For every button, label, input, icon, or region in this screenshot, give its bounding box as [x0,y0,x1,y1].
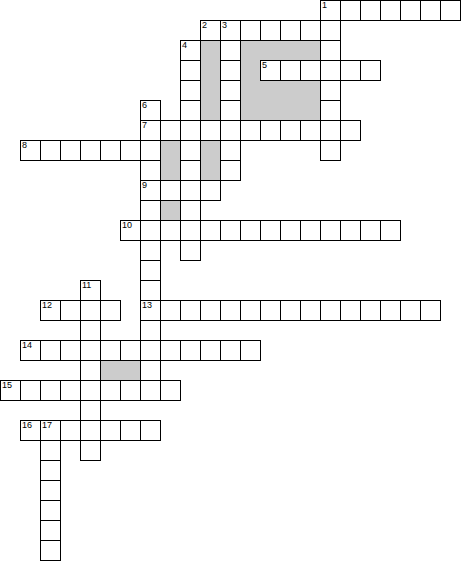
grid-cell[interactable] [140,200,161,221]
grid-cell[interactable] [80,380,101,401]
grid-cell[interactable] [240,300,261,321]
grid-cell[interactable] [160,300,181,321]
grid-cell[interactable]: 15 [0,380,21,401]
grid-cell[interactable] [140,420,161,441]
shaded-block [260,40,281,61]
grid-cell[interactable] [80,320,101,341]
grid-cell[interactable] [80,140,101,161]
grid-cell[interactable] [80,360,101,381]
grid-cell[interactable] [420,300,441,321]
grid-cell[interactable]: 5 [260,60,281,81]
grid-cell[interactable] [240,220,261,241]
grid-cell[interactable]: 7 [140,120,161,141]
grid-cell[interactable] [240,340,261,361]
grid-cell[interactable] [320,220,341,241]
shaded-block [120,360,141,381]
grid-cell[interactable] [120,380,141,401]
grid-cell[interactable] [320,20,341,41]
grid-cell[interactable] [60,340,81,361]
grid-cell[interactable] [360,0,381,21]
clue-number: 8 [22,141,27,150]
grid-cell[interactable] [380,0,401,21]
grid-cell[interactable] [220,80,241,101]
grid-cell[interactable] [240,120,261,141]
grid-cell[interactable] [60,420,81,441]
grid-cell[interactable] [300,220,321,241]
crossword-grid: 1234567891011121314151617 [0,0,461,561]
grid-cell[interactable] [160,220,181,241]
grid-cell[interactable] [140,240,161,261]
grid-cell[interactable] [140,280,161,301]
grid-cell[interactable] [220,220,241,241]
grid-cell[interactable] [140,160,161,181]
shaded-block [160,160,181,181]
grid-cell[interactable] [220,160,241,181]
clue-number: 5 [262,61,267,70]
shaded-block [300,100,321,121]
grid-cell[interactable] [180,80,201,101]
shaded-block [240,40,261,61]
grid-cell[interactable] [60,300,81,321]
grid-cell[interactable] [360,60,381,81]
grid-cell[interactable] [400,0,421,21]
grid-cell[interactable] [420,0,441,21]
clue-number: 3 [222,21,227,30]
grid-cell[interactable] [300,120,321,141]
grid-cell[interactable] [40,480,61,501]
grid-cell[interactable]: 14 [20,340,41,361]
grid-cell[interactable] [100,380,121,401]
shaded-block [260,100,281,121]
clue-number: 11 [82,281,91,290]
shaded-block [200,160,221,181]
grid-cell[interactable] [180,220,201,241]
grid-cell[interactable] [160,340,181,361]
grid-cell[interactable]: 6 [140,100,161,121]
grid-cell[interactable] [200,180,221,201]
grid-cell[interactable] [140,380,161,401]
grid-cell[interactable] [380,300,401,321]
grid-cell[interactable] [180,160,201,181]
grid-cell[interactable] [140,320,161,341]
grid-cell[interactable] [200,300,221,321]
grid-cell[interactable] [100,420,121,441]
grid-cell[interactable] [220,340,241,361]
grid-cell[interactable] [40,140,61,161]
shaded-block [200,60,221,81]
grid-cell[interactable] [180,120,201,141]
shaded-block [160,200,181,221]
grid-cell[interactable] [380,220,401,241]
grid-cell[interactable] [360,300,381,321]
grid-cell[interactable]: 12 [40,300,61,321]
grid-cell[interactable] [80,300,101,321]
clue-number: 10 [122,221,132,230]
grid-cell[interactable] [260,20,281,41]
grid-cell[interactable] [120,420,141,441]
grid-cell[interactable] [220,60,241,81]
shaded-block [300,80,321,101]
grid-cell[interactable] [160,180,181,201]
grid-cell[interactable] [40,460,61,481]
clue-number: 6 [142,101,147,110]
grid-cell[interactable] [300,60,321,81]
grid-cell[interactable] [140,360,161,381]
grid-cell[interactable] [80,340,101,361]
grid-cell[interactable] [40,520,61,541]
grid-cell[interactable]: 17 [40,420,61,441]
shaded-block [200,140,221,161]
grid-cell[interactable] [280,60,301,81]
shaded-block [240,100,261,121]
grid-cell[interactable] [200,340,221,361]
grid-cell[interactable] [40,500,61,521]
grid-cell[interactable] [320,100,341,121]
grid-cell[interactable]: 4 [180,40,201,61]
clue-number: 9 [142,181,147,190]
grid-cell[interactable] [280,300,301,321]
clue-number: 1 [322,1,327,10]
shaded-block [200,40,221,61]
clue-number: 4 [182,41,187,50]
grid-cell[interactable] [280,120,301,141]
clue-number: 15 [2,381,12,390]
grid-cell[interactable]: 1 [320,0,341,21]
grid-cell[interactable] [300,20,321,41]
clue-number: 16 [22,421,32,430]
grid-cell[interactable] [60,140,81,161]
grid-cell[interactable] [300,300,321,321]
shaded-block [260,80,281,101]
crossword-page: 1234567891011121314151617 [0,0,461,561]
grid-cell[interactable] [220,100,241,121]
grid-cell[interactable] [220,300,241,321]
shaded-block [200,100,221,121]
grid-cell[interactable] [260,220,281,241]
grid-cell[interactable] [80,440,101,461]
grid-cell[interactable] [140,220,161,241]
shaded-block [280,80,301,101]
grid-cell[interactable] [200,120,221,141]
grid-cell[interactable] [320,120,341,141]
grid-cell[interactable] [160,380,181,401]
grid-cell[interactable] [180,140,201,161]
grid-cell[interactable]: 2 [200,20,221,41]
clue-number: 17 [42,421,52,430]
grid-cell[interactable] [320,140,341,161]
grid-cell[interactable] [40,380,61,401]
clue-number: 14 [22,341,32,350]
grid-cell[interactable] [20,380,41,401]
grid-cell[interactable] [180,180,201,201]
grid-cell[interactable] [180,100,201,121]
grid-cell[interactable] [140,340,161,361]
grid-cell[interactable] [220,120,241,141]
grid-cell[interactable] [100,140,121,161]
shaded-block [300,40,321,61]
grid-cell[interactable] [180,200,201,221]
grid-cell[interactable] [440,0,461,21]
grid-cell[interactable] [180,340,201,361]
grid-cell[interactable] [80,420,101,441]
clue-number: 7 [142,121,147,130]
grid-cell[interactable] [360,220,381,241]
grid-cell[interactable] [320,60,341,81]
grid-cell[interactable] [180,60,201,81]
shaded-block [100,360,121,381]
grid-cell[interactable] [200,220,221,241]
grid-cell[interactable]: 16 [20,420,41,441]
grid-cell[interactable] [340,60,361,81]
shaded-block [240,80,261,101]
grid-cell[interactable] [40,440,61,461]
grid-cell[interactable] [240,20,261,41]
grid-cell[interactable] [100,340,121,361]
shaded-block [160,140,181,161]
grid-cell[interactable] [160,120,181,141]
grid-cell[interactable] [320,300,341,321]
grid-cell[interactable]: 8 [20,140,41,161]
grid-cell[interactable] [340,220,361,241]
grid-cell[interactable]: 13 [140,300,161,321]
grid-cell[interactable] [40,340,61,361]
grid-cell[interactable] [320,80,341,101]
grid-cell[interactable]: 10 [120,220,141,241]
grid-cell[interactable] [60,380,81,401]
grid-cell[interactable] [260,300,281,321]
grid-cell[interactable]: 3 [220,20,241,41]
grid-cell[interactable] [260,120,281,141]
clue-number: 2 [202,21,207,30]
shaded-block [280,100,301,121]
grid-cell[interactable] [280,220,301,241]
clue-number: 13 [142,301,152,310]
grid-cell[interactable] [340,120,361,141]
grid-cell[interactable] [120,140,141,161]
clue-number: 12 [42,301,52,310]
grid-cell[interactable] [40,540,61,561]
grid-cell[interactable] [80,400,101,421]
grid-cell[interactable]: 11 [80,280,101,301]
grid-cell[interactable] [120,340,141,361]
grid-cell[interactable] [100,300,121,321]
shaded-block [280,40,301,61]
grid-cell[interactable] [220,140,241,161]
grid-cell[interactable] [220,40,241,61]
shaded-block [240,60,261,81]
grid-cell[interactable] [180,240,201,261]
grid-cell[interactable] [180,300,201,321]
grid-cell[interactable]: 9 [140,180,161,201]
grid-cell[interactable] [280,20,301,41]
grid-cell[interactable] [340,0,361,21]
grid-cell[interactable] [140,140,161,161]
grid-cell[interactable] [400,300,421,321]
shaded-block [200,80,221,101]
grid-cell[interactable] [340,300,361,321]
grid-cell[interactable] [320,40,341,61]
grid-cell[interactable] [140,260,161,281]
